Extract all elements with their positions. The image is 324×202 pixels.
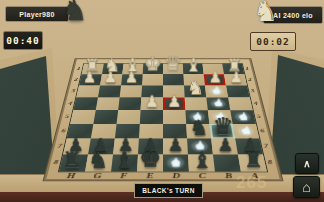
home-button[interactable]: ⌂ [293,176,320,198]
file-label-D: D [163,171,189,179]
game-screen: ♜♞♝♚♛♝♜♟♟♟♟♟♞♟♟♟♟♟♟♟♞♛♟♟♟♟♟♟♟♟♟♜♞♝♚♟♝♜ 1… [0,0,324,202]
rank-label-left-1: 1 [74,67,83,71]
piece-black-bishop-c8[interactable]: ♝ [192,148,212,171]
rank-label-left-6: 6 [58,128,69,134]
turn-indicator: BLACK's TURN [134,183,203,198]
ghost-piece-icon: ♟ [212,85,221,95]
rank-label-left-8: 8 [50,159,62,165]
square-b3[interactable]: ♟ [205,85,228,97]
square-b7[interactable]: ♟ [211,139,238,155]
watermark: 265 [236,173,267,193]
ghost-piece-icon: ♟ [214,98,223,108]
square-h8[interactable]: ♜ [59,154,88,171]
rank-label-right-1: 1 [243,67,252,71]
piece-black-king-e8[interactable]: ♚ [139,146,161,171]
square-e4[interactable]: ♟ [141,97,163,110]
collapse-button[interactable]: ∧ [295,153,319,174]
square-h2[interactable]: ♟ [79,74,102,85]
square-f5[interactable] [117,110,141,124]
ghost-piece-icon: ♟ [171,157,182,169]
rank-label-right-5: 5 [254,114,265,119]
rank-label-right-3: 3 [248,89,258,93]
square-c8[interactable]: ♝ [188,154,215,171]
square-f3[interactable] [120,85,142,97]
file-label-H: H [57,171,85,179]
file-label-E: E [137,171,163,179]
piece-black-rook-a8[interactable]: ♜ [244,149,263,171]
square-f2[interactable]: ♟ [121,74,143,85]
black-clock: 00:40 [3,31,43,50]
square-d8[interactable]: ♟ [163,154,189,171]
square-c3[interactable]: ♞ [184,85,206,97]
white-player-name-label: AI 2400 elo [273,12,313,19]
square-c1[interactable]: ♝ [183,64,204,75]
square-e1[interactable]: ♚ [143,64,163,75]
piece-white-pawn-e4[interactable]: ♟ [145,94,159,110]
square-e8[interactable]: ♚ [137,154,163,171]
black-player-name-label: Player980 [19,11,54,18]
piece-white-pawn-h2[interactable]: ♟ [83,70,96,85]
ghost-piece-icon: ♟ [239,111,248,122]
white-clock: 00:02 [250,32,296,51]
rank-label-left-2: 2 [71,77,81,81]
square-h3[interactable] [76,85,100,97]
chevron-up-icon: ∧ [303,158,310,169]
square-d7[interactable]: ♟ [163,139,188,155]
piece-white-pawn-f2[interactable]: ♟ [125,70,138,85]
square-e5[interactable] [140,110,163,124]
file-label-F: F [110,171,137,179]
square-b8[interactable] [213,154,241,171]
square-d1[interactable]: ♛ [163,64,183,75]
piece-black-pawn-b7[interactable]: ♟ [217,136,233,154]
square-g5[interactable] [93,110,118,124]
watermark-text: 265 [236,173,267,192]
black-player-name: Player980 [5,6,69,22]
board-frame: ♜♞♝♚♛♝♜♟♟♟♟♟♞♟♟♟♟♟♟♟♞♛♟♟♟♟♟♟♟♟♟♜♞♝♚♟♝♜ 1… [46,59,279,179]
rank-label-left-7: 7 [54,143,66,149]
board-3d: ♜♞♝♚♛♝♜♟♟♟♟♟♞♟♟♟♟♟♟♟♞♛♟♟♟♟♟♟♟♟♟♜♞♝♚♟♝♜ 1… [57,0,269,179]
rank-label-left-3: 3 [68,89,78,93]
piece-black-pawn-d7[interactable]: ♟ [168,136,184,154]
square-a3[interactable] [226,85,250,97]
square-d5[interactable] [163,110,186,124]
file-label-C: C [189,171,216,179]
piece-black-bishop-f8[interactable]: ♝ [114,148,134,171]
rank-label-right-4: 4 [251,101,261,106]
rank-label-right-6: 6 [257,128,268,134]
square-f8[interactable]: ♝ [111,154,138,171]
square-d2[interactable] [163,74,184,85]
square-c6[interactable]: ♞ [186,124,211,139]
piece-white-king-e1[interactable]: ♚ [144,54,161,73]
rank-label-right-8: 8 [264,159,276,165]
piece-black-knight-g8[interactable]: ♞ [88,148,108,171]
file-label-G: G [84,171,111,179]
piece-white-knight-c3[interactable]: ♞ [187,78,204,97]
square-g3[interactable] [98,85,121,97]
rank-label-right-7: 7 [260,143,272,149]
square-h4[interactable] [73,97,98,110]
square-h5[interactable] [70,110,96,124]
piece-white-pawn-g2[interactable]: ♟ [104,70,117,85]
piece-black-knight-c6[interactable]: ♞ [190,117,209,138]
home-icon: ⌂ [302,179,310,195]
piece-white-pawn-a2[interactable]: ♟ [230,70,243,85]
square-e2[interactable] [142,74,163,85]
piece-white-pawn-b2[interactable]: ♟ [209,70,222,85]
white-clock-value: 00:02 [256,36,290,47]
square-g8[interactable]: ♞ [85,154,113,171]
square-b4[interactable]: ♟ [206,97,230,110]
black-knight-icon: ♞ [62,0,87,25]
rank-label-right-2: 2 [245,77,255,81]
square-a8[interactable]: ♜ [238,154,267,171]
square-f4[interactable] [118,97,141,110]
square-g4[interactable] [96,97,120,110]
piece-white-pawn-d4[interactable]: ♟ [167,94,181,110]
rank-label-left-4: 4 [65,101,75,106]
square-d4[interactable]: ♟ [163,97,185,110]
rank-label-left-5: 5 [62,114,73,119]
white-knight-icon: ♞ [253,0,278,26]
turn-indicator-label: BLACK's TURN [142,187,195,194]
square-c4[interactable] [185,97,208,110]
black-clock-value: 00:40 [6,35,40,46]
square-a5[interactable]: ♟ [230,110,256,124]
piece-white-queen-d1[interactable]: ♛ [164,54,181,73]
square-g2[interactable]: ♟ [100,74,122,85]
piece-black-rook-h8[interactable]: ♜ [63,149,82,171]
piece-white-bishop-c1[interactable]: ♝ [186,56,202,74]
square-a2[interactable]: ♟ [224,74,247,85]
square-a4[interactable] [228,97,253,110]
chess-board[interactable]: ♜♞♝♚♛♝♜♟♟♟♟♟♞♟♟♟♟♟♟♟♞♛♟♟♟♟♟♟♟♟♟♜♞♝♚♟♝♜ [59,64,267,172]
